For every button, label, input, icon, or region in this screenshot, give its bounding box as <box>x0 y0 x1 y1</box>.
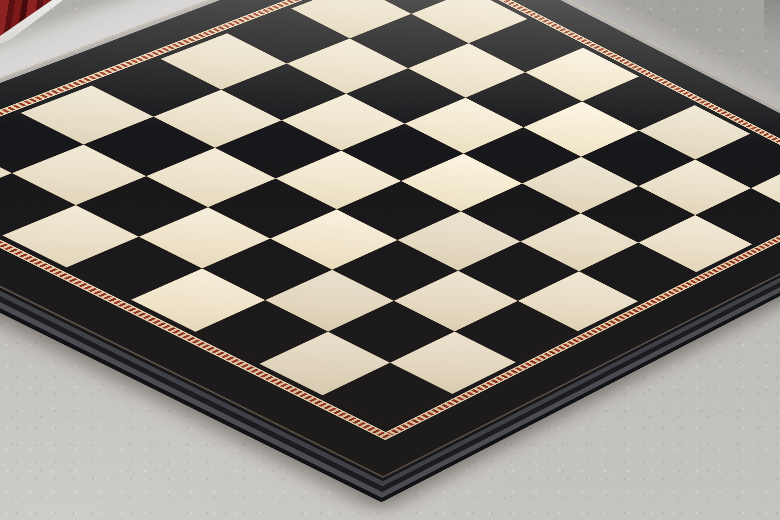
wall-shadow <box>764 0 780 52</box>
photo-scene <box>0 0 780 520</box>
